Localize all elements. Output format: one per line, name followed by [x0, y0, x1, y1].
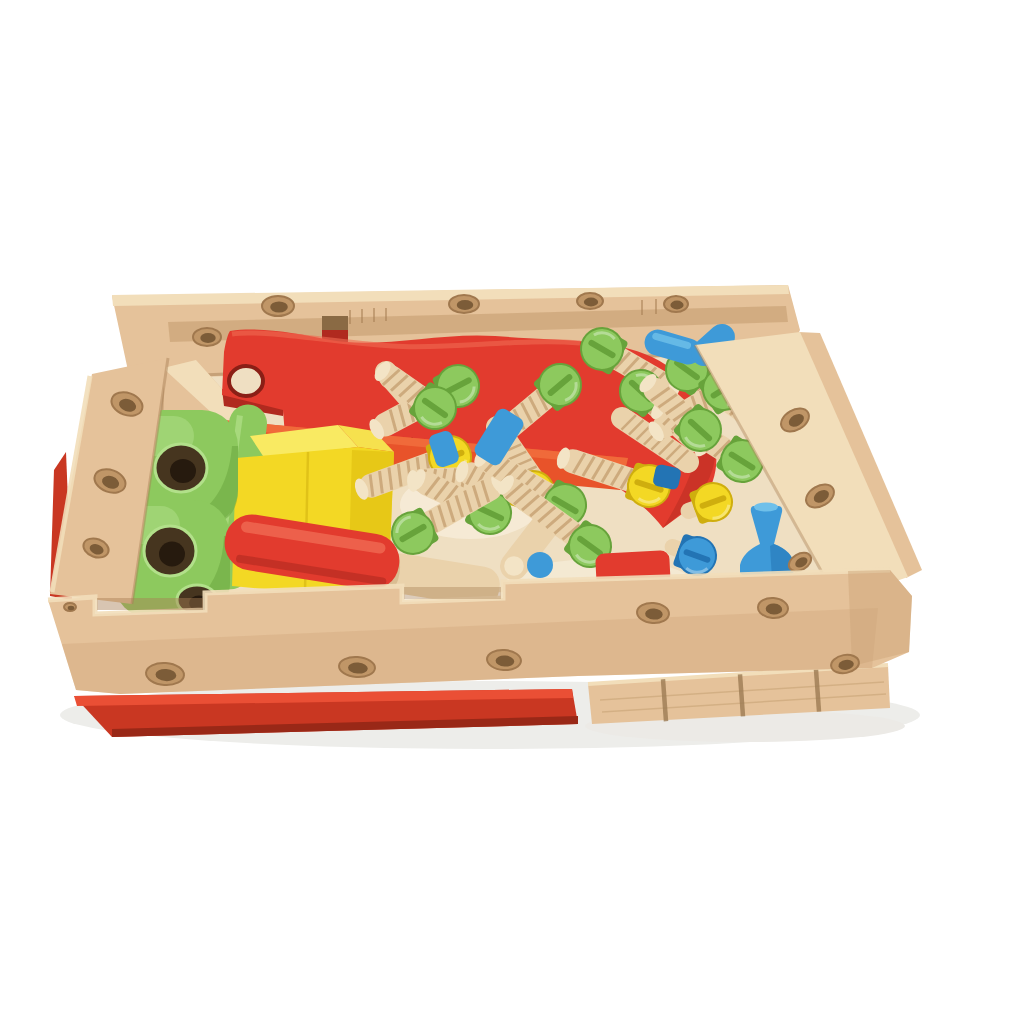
threaded-hole-inner — [200, 333, 215, 343]
front-rail-notch-center — [404, 587, 501, 599]
threaded-hole-inner — [584, 298, 598, 307]
slat-gap — [663, 679, 666, 721]
toy-toolbox-photo — [0, 0, 1024, 1024]
saw-handle-hole — [229, 366, 263, 396]
threaded-hole-inner — [270, 302, 288, 313]
slat-gap — [816, 670, 819, 712]
front-rail-end-face — [848, 570, 912, 666]
front-rail-notch-left — [97, 598, 203, 610]
nut-hole-inner — [159, 542, 185, 567]
threaded-hole-inner — [457, 300, 474, 310]
slat-gap — [740, 674, 743, 716]
threaded-hole-inner — [68, 606, 75, 610]
threaded-hole-inner — [670, 301, 683, 310]
blue-round-cap — [527, 552, 553, 578]
screenshot-root — [0, 0, 1024, 1024]
nut-hole-inner — [170, 459, 196, 483]
